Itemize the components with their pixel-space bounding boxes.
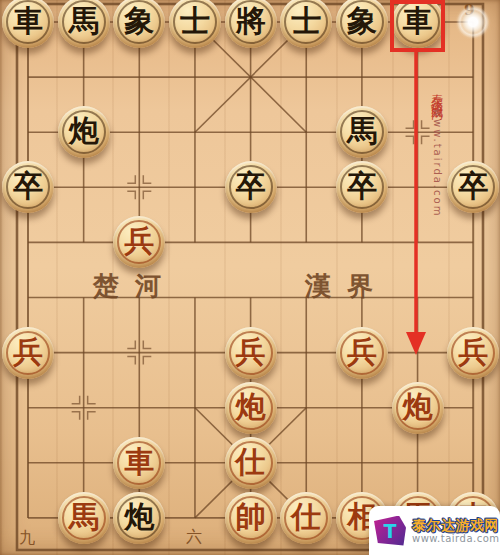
piece-red-advisor[interactable]: 仕 [280,492,332,544]
piece-glyph: 士 [180,6,210,38]
watermark-vertical-site: 泰尔达游戏网 [430,84,444,102]
piece-red-chariot[interactable]: 車 [113,437,165,489]
piece-glyph: 卒 [13,171,43,203]
piece-black-cannon[interactable]: 炮 [58,106,110,158]
piece-red-soldier-across-river[interactable]: 兵 [113,216,165,268]
piece-glyph: 馬 [347,116,377,148]
piece-black-elephant[interactable]: 象 [113,0,165,48]
site-logo-icon: T [374,516,406,546]
piece-black-soldier[interactable]: 卒 [336,161,388,213]
xiangqi-game-screen: 楚河 漢界 9 九 六 車馬象士將士象車炮馬卒卒卒卒兵兵兵兵兵炮炮車仕馬炮帥仕相… [0,0,500,555]
piece-glyph: 炮 [124,502,154,534]
piece-glyph: 象 [124,6,154,38]
piece-glyph: 炮 [69,116,99,148]
piece-black-chariot[interactable]: 車 [2,0,54,48]
piece-glyph: 馬 [69,502,99,534]
piece-glyph: 士 [291,6,321,38]
piece-black-horse[interactable]: 馬 [58,0,110,48]
piece-glyph: 炮 [403,392,433,424]
piece-glyph: 車 [13,6,43,38]
piece-red-soldier[interactable]: 兵 [447,327,499,379]
piece-black-advisor[interactable]: 士 [169,0,221,48]
piece-red-soldier[interactable]: 兵 [225,327,277,379]
piece-red-horse[interactable]: 馬 [58,492,110,544]
piece-black-advisor[interactable]: 士 [280,0,332,48]
piece-black-elephant[interactable]: 象 [336,0,388,48]
piece-glyph: 將 [236,6,266,38]
piece-glyph: 兵 [124,226,154,258]
piece-glyph: 兵 [458,337,488,369]
piece-glyph: 卒 [458,171,488,203]
piece-glyph: 象 [347,6,377,38]
piece-black-horse[interactable]: 馬 [336,106,388,158]
piece-glyph: 兵 [236,337,266,369]
piece-black-soldier[interactable]: 卒 [2,161,54,213]
watermark-site-name: 泰尔达游戏网 [412,517,500,533]
piece-glyph: 兵 [13,337,43,369]
piece-glyph: 卒 [236,171,266,203]
piece-glyph: 馬 [69,6,99,38]
piece-black-cannon-bottom-rank[interactable]: 炮 [113,492,165,544]
piece-glyph: 帥 [236,502,266,534]
piece-glyph: 仕 [291,502,321,534]
piece-red-general[interactable]: 帥 [225,492,277,544]
watermark-site-url: www.tairda.com [412,533,500,545]
piece-red-soldier[interactable]: 兵 [336,327,388,379]
watermark-vertical: 泰尔达游戏网 www.tairda.com [430,84,444,217]
piece-glyph: 車 [124,447,154,479]
watermark-banner: T 泰尔达游戏网 www.tairda.com [369,506,500,555]
highlighted-piece-box [390,0,445,52]
piece-glyph: 卒 [347,171,377,203]
piece-red-cannon[interactable]: 炮 [392,382,444,434]
piece-glyph: 仕 [236,447,266,479]
piece-black-soldier[interactable]: 卒 [447,161,499,213]
piece-red-cannon-central[interactable]: 炮 [225,382,277,434]
pieces-layer[interactable]: 車馬象士將士象車炮馬卒卒卒卒兵兵兵兵兵炮炮車仕馬炮帥仕相馬車 [0,0,500,555]
piece-black-general[interactable]: 將 [225,0,277,48]
watermark-vertical-url: www.tairda.com [432,109,443,218]
piece-glyph: 炮 [236,392,266,424]
piece-glyph: 兵 [347,337,377,369]
piece-red-advisor-raised[interactable]: 仕 [225,437,277,489]
piece-red-soldier[interactable]: 兵 [2,327,54,379]
piece-black-soldier[interactable]: 卒 [225,161,277,213]
